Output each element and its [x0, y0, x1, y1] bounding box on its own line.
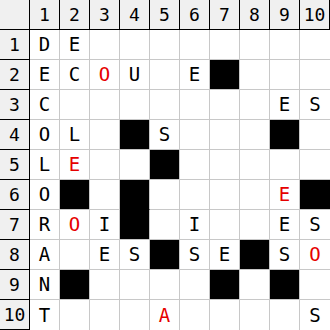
cell-r1-c2[interactable]: E [60, 30, 90, 60]
cell-r4-c5[interactable]: S [150, 120, 180, 150]
cell-r5-c1[interactable]: L [30, 150, 60, 180]
cell-r2-c10[interactable] [300, 60, 330, 90]
cell-r6-c9[interactable]: E [270, 180, 300, 210]
cell-r1-c8[interactable] [240, 30, 270, 60]
column-header-9: 9 [270, 0, 300, 30]
cell-r5-c10[interactable] [300, 150, 330, 180]
column-header-1: 1 [30, 0, 60, 30]
cell-r8-c6[interactable]: S [180, 240, 210, 270]
cell-r1-c3[interactable] [90, 30, 120, 60]
row-header-9: 9 [0, 270, 30, 300]
cell-r2-c8[interactable] [240, 60, 270, 90]
cell-r6-c3[interactable] [90, 180, 120, 210]
cell-r5-c7[interactable] [210, 150, 240, 180]
cell-r7-c1[interactable]: R [30, 210, 60, 240]
row-header-1: 1 [0, 30, 30, 60]
cell-r10-c8[interactable] [240, 300, 270, 330]
cell-r5-c3[interactable] [90, 150, 120, 180]
cell-r10-c1[interactable]: T [30, 300, 60, 330]
cell-r1-c5[interactable] [150, 30, 180, 60]
cell-r4-c2[interactable]: L [60, 120, 90, 150]
cell-r6-c8[interactable] [240, 180, 270, 210]
cell-r4-c8[interactable] [240, 120, 270, 150]
cell-r6-c5[interactable] [150, 180, 180, 210]
cell-r3-c7[interactable] [210, 90, 240, 120]
cell-r7-c9[interactable]: E [270, 210, 300, 240]
cell-r4-c4 [120, 120, 150, 150]
cell-r10-c7[interactable] [210, 300, 240, 330]
cell-r7-c2[interactable]: O [60, 210, 90, 240]
cell-r8-c4[interactable]: S [120, 240, 150, 270]
cell-r3-c10[interactable]: S [300, 90, 330, 120]
cell-r3-c5[interactable] [150, 90, 180, 120]
cell-r4-c7[interactable] [210, 120, 240, 150]
cell-r5-c6[interactable] [180, 150, 210, 180]
cell-r10-c10[interactable]: S [300, 300, 330, 330]
cell-r4-c1[interactable]: O [30, 120, 60, 150]
cell-r2-c2[interactable]: C [60, 60, 90, 90]
cell-r9-c1[interactable]: N [30, 270, 60, 300]
cell-r6-c10 [300, 180, 330, 210]
column-header-2: 2 [60, 0, 90, 30]
cell-r1-c1[interactable]: D [30, 30, 60, 60]
cell-r9-c9 [270, 270, 300, 300]
column-header-3: 3 [90, 0, 120, 30]
column-header-8: 8 [240, 0, 270, 30]
row-header-7: 7 [0, 210, 30, 240]
cell-r2-c4[interactable]: U [120, 60, 150, 90]
cell-r8-c5 [150, 240, 180, 270]
cell-r5-c8[interactable] [240, 150, 270, 180]
column-header-4: 4 [120, 0, 150, 30]
cell-r9-c8[interactable] [240, 270, 270, 300]
cell-r10-c9[interactable] [270, 300, 300, 330]
cell-r2-c6[interactable]: E [180, 60, 210, 90]
cell-r6-c1[interactable]: O [30, 180, 60, 210]
cell-r1-c4[interactable] [120, 30, 150, 60]
cell-r9-c4[interactable] [120, 270, 150, 300]
cell-r9-c3[interactable] [90, 270, 120, 300]
cell-r6-c4 [120, 180, 150, 210]
cell-r7-c7[interactable] [210, 210, 240, 240]
cell-r3-c9[interactable]: E [270, 90, 300, 120]
cell-r2-c3[interactable]: O [90, 60, 120, 90]
row-header-3: 3 [0, 90, 30, 120]
cell-r3-c3[interactable] [90, 90, 120, 120]
cell-r10-c4[interactable] [120, 300, 150, 330]
row-header-2: 2 [0, 60, 30, 90]
cell-r3-c4[interactable] [120, 90, 150, 120]
cell-r1-c6[interactable] [180, 30, 210, 60]
cell-r3-c2[interactable] [60, 90, 90, 120]
cell-r2-c1[interactable]: E [30, 60, 60, 90]
cell-r9-c7 [210, 270, 240, 300]
crossword-board: 123456789101DE2ECOUE3CES4OLS5LE6OE7ROIIE… [0, 0, 330, 330]
cell-r6-c2 [60, 180, 90, 210]
cell-r7-c5[interactable] [150, 210, 180, 240]
cell-r1-c7[interactable] [210, 30, 240, 60]
cell-r10-c6[interactable] [180, 300, 210, 330]
cell-r9-c10[interactable] [300, 270, 330, 300]
cell-r8-c9[interactable]: S [270, 240, 300, 270]
cell-r4-c9 [270, 120, 300, 150]
cell-r7-c10[interactable]: S [300, 210, 330, 240]
row-header-6: 6 [0, 180, 30, 210]
cell-r4-c10[interactable] [300, 120, 330, 150]
cell-r1-c9[interactable] [270, 30, 300, 60]
column-header-5: 5 [150, 0, 180, 30]
cell-r9-c2 [60, 270, 90, 300]
cell-r3-c1[interactable]: C [30, 90, 60, 120]
cell-r8-c8 [240, 240, 270, 270]
cell-r8-c10[interactable]: O [300, 240, 330, 270]
cell-r4-c3[interactable] [90, 120, 120, 150]
cell-r10-c2[interactable] [60, 300, 90, 330]
cell-r2-c5[interactable] [150, 60, 180, 90]
cell-r10-c5[interactable]: A [150, 300, 180, 330]
row-header-5: 5 [0, 150, 30, 180]
cell-r4-c6[interactable] [180, 120, 210, 150]
cell-r2-c9[interactable] [270, 60, 300, 90]
column-header-7: 7 [210, 0, 240, 30]
cell-r3-c8[interactable] [240, 90, 270, 120]
cell-r5-c2[interactable]: E [60, 150, 90, 180]
cell-r3-c6[interactable] [180, 90, 210, 120]
cell-r5-c4[interactable] [120, 150, 150, 180]
cell-r2-c7 [210, 60, 240, 90]
cell-r7-c8[interactable] [240, 210, 270, 240]
cell-r7-c3[interactable]: I [90, 210, 120, 240]
row-header-8: 8 [0, 240, 30, 270]
cell-r7-c6[interactable]: I [180, 210, 210, 240]
corner-cell [0, 0, 30, 30]
cell-r6-c7[interactable] [210, 180, 240, 210]
row-header-4: 4 [0, 120, 30, 150]
cell-r5-c5 [150, 150, 180, 180]
cell-r10-c3[interactable] [90, 300, 120, 330]
cell-r8-c7[interactable]: E [210, 240, 240, 270]
cell-r8-c1[interactable]: A [30, 240, 60, 270]
cell-r8-c2[interactable] [60, 240, 90, 270]
cell-r6-c6[interactable] [180, 180, 210, 210]
cell-r7-c4 [120, 210, 150, 240]
cell-r9-c6[interactable] [180, 270, 210, 300]
cell-r1-c10[interactable] [300, 30, 330, 60]
cell-r9-c5[interactable] [150, 270, 180, 300]
row-header-10: 10 [0, 300, 30, 330]
column-header-10: 10 [300, 0, 330, 30]
column-header-6: 6 [180, 0, 210, 30]
cell-r5-c9[interactable] [270, 150, 300, 180]
cell-r8-c3[interactable]: E [90, 240, 120, 270]
